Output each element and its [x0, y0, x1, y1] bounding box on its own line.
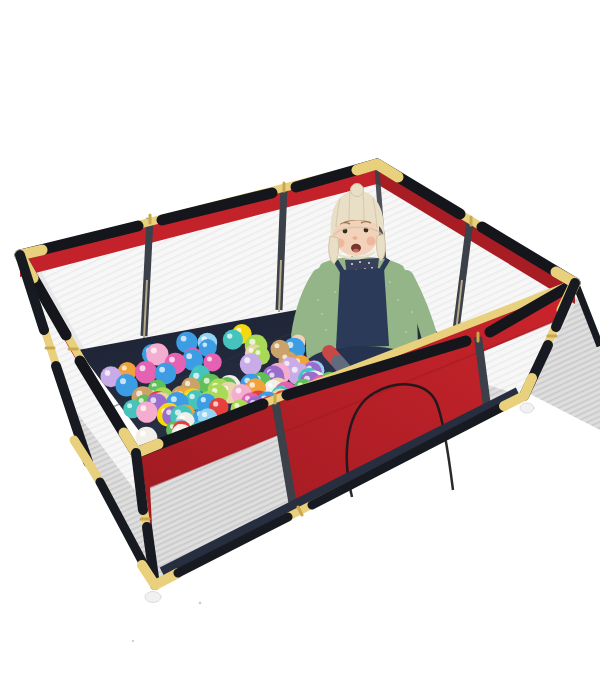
ball-highlight	[140, 365, 146, 371]
baby-overalls-bib	[336, 268, 389, 348]
ball-highlight	[292, 367, 298, 373]
ball-highlight	[236, 388, 242, 394]
baby-tongue	[353, 249, 359, 253]
baby-cheek-right	[367, 237, 376, 246]
ball-highlight	[255, 350, 260, 355]
ball-highlight	[202, 342, 207, 347]
ball-highlight	[122, 365, 127, 370]
hat-earflap-left	[329, 236, 339, 264]
ball-highlight	[227, 333, 232, 338]
product-photo	[0, 0, 600, 695]
ball-highlight	[204, 378, 210, 384]
ball-highlight	[213, 401, 218, 406]
ball	[223, 330, 243, 350]
dust-speck	[199, 602, 202, 605]
ball-highlight	[169, 357, 175, 363]
ball-highlight	[189, 394, 194, 399]
dust-speck	[132, 640, 134, 642]
ball-highlight	[171, 396, 177, 402]
ball-highlight	[244, 357, 250, 363]
ball	[240, 353, 262, 375]
ball-highlight	[268, 383, 273, 388]
ball-highlight	[249, 382, 255, 388]
ball-highlight	[207, 356, 212, 361]
ball-highlight	[269, 372, 274, 377]
ball-highlight	[120, 378, 126, 384]
ball-highlight	[186, 353, 192, 359]
ball-highlight	[105, 370, 111, 376]
ball-highlight	[185, 381, 190, 386]
ball-highlight	[140, 431, 146, 437]
baby-nose	[353, 236, 358, 240]
ball-highlight	[202, 412, 207, 417]
suction-foot	[520, 403, 534, 413]
ball-highlight	[159, 367, 165, 373]
ball	[136, 401, 157, 422]
ball-highlight	[274, 343, 279, 348]
ball-highlight	[141, 405, 147, 411]
ball-highlight	[181, 336, 187, 342]
hat-pompom	[351, 184, 364, 197]
ball-highlight	[127, 403, 132, 408]
ball-highlight	[151, 348, 157, 354]
ball-highlight	[249, 339, 255, 345]
post-sleeve	[136, 453, 143, 510]
ball-highlight	[201, 397, 206, 402]
playpen-illustration	[0, 0, 600, 695]
ball-highlight	[234, 403, 239, 408]
ball-highlight	[150, 397, 156, 403]
ball	[135, 361, 157, 383]
suction-foot	[145, 592, 161, 603]
